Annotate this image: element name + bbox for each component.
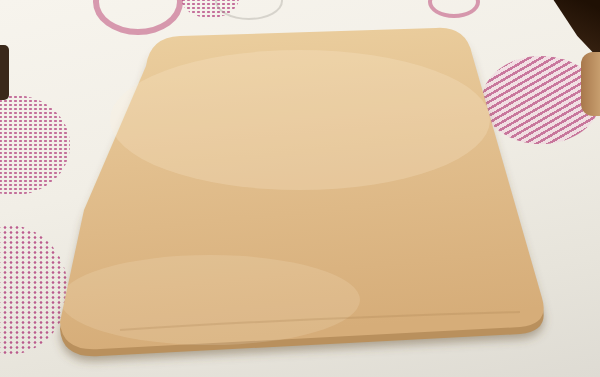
wooden-board — [0, 0, 600, 377]
board-game-photo — [0, 0, 600, 377]
